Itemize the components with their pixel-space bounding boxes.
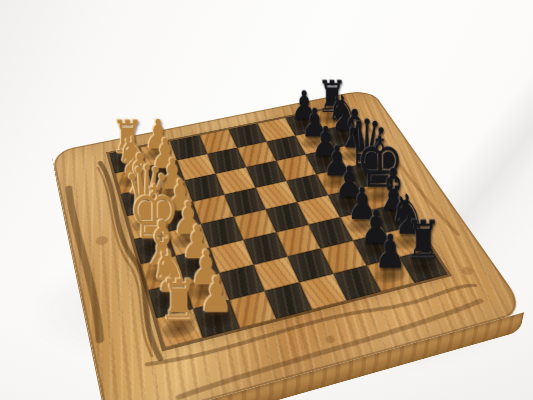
slab-left-edge	[52, 154, 111, 400]
pieces-layer: ♜♟♟♜♞♟♟♞♝♟♟♝♛♟♟♛♚♟♟♚♝♟♟♝♞♟♟♞♜♟♟♜	[109, 107, 447, 348]
photo-frame: ♜♟♟♜♞♟♟♞♝♟♟♝♛♟♟♛♚♟♟♚♝♟♟♝♞♟♟♞♜♟♟♜	[0, 0, 533, 400]
scene-3d: ♜♟♟♜♞♟♟♞♝♟♟♝♛♟♟♛♚♟♟♚♝♟♟♝♞♟♟♞♜♟♟♜	[0, 0, 533, 400]
piece-white-rook-h1[interactable]: ♜	[140, 226, 219, 328]
piece-black-pawn-h7[interactable]: ♟	[353, 179, 428, 275]
chessboard-slab: ♜♟♟♜♞♟♟♞♝♟♟♝♛♟♟♛♚♟♟♚♝♟♟♝♞♟♟♞♜♟♟♜	[51, 88, 527, 400]
